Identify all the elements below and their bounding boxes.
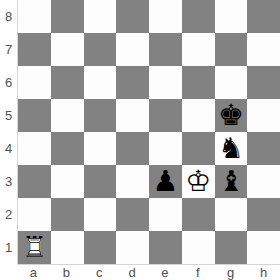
square-h3[interactable]: [247, 165, 280, 198]
square-a3[interactable]: [18, 165, 51, 198]
square-d6[interactable]: [116, 66, 149, 99]
square-f2[interactable]: [182, 198, 215, 231]
square-c5[interactable]: [84, 99, 117, 132]
square-h2[interactable]: [247, 198, 280, 231]
square-d5[interactable]: [116, 99, 149, 132]
black-knight[interactable]: ♞: [218, 134, 244, 163]
file-labels: abcdefgh: [17, 265, 280, 280]
square-g5[interactable]: ♚: [215, 99, 248, 132]
square-a6[interactable]: [18, 66, 51, 99]
chess-diagram: 87654321 ♚♞♟♚♔♝♜♖ abcdefgh: [0, 0, 280, 280]
chess-board: ♚♞♟♚♔♝♜♖: [17, 0, 280, 265]
square-g6[interactable]: [215, 66, 248, 99]
square-f8[interactable]: [182, 0, 215, 33]
square-h7[interactable]: [247, 33, 280, 66]
square-f6[interactable]: [182, 66, 215, 99]
black-pawn[interactable]: ♟: [152, 167, 178, 196]
square-d1[interactable]: [116, 231, 149, 264]
square-b7[interactable]: [51, 33, 84, 66]
square-b4[interactable]: [51, 132, 84, 165]
rank-label-6: 6: [0, 66, 17, 99]
file-label-e: e: [149, 265, 182, 280]
rank-label-3: 3: [0, 165, 17, 198]
file-label-c: c: [83, 265, 116, 280]
square-g3[interactable]: ♝: [215, 165, 248, 198]
rank-label-1: 1: [0, 231, 17, 264]
square-c6[interactable]: [84, 66, 117, 99]
square-d2[interactable]: [116, 198, 149, 231]
square-a7[interactable]: [18, 33, 51, 66]
square-e6[interactable]: [149, 66, 182, 99]
rank-label-5: 5: [0, 99, 17, 132]
square-b8[interactable]: [51, 0, 84, 33]
white-rook[interactable]: ♜♖: [21, 233, 47, 262]
square-d8[interactable]: [116, 0, 149, 33]
square-g2[interactable]: [215, 198, 248, 231]
square-b6[interactable]: [51, 66, 84, 99]
square-f5[interactable]: [182, 99, 215, 132]
white-rook-outline: ♖: [21, 233, 47, 262]
square-b5[interactable]: [51, 99, 84, 132]
square-e1[interactable]: [149, 231, 182, 264]
rank-label-4: 4: [0, 132, 17, 165]
square-e3[interactable]: ♟: [149, 165, 182, 198]
square-g1[interactable]: [215, 231, 248, 264]
file-label-f: f: [181, 265, 214, 280]
square-h8[interactable]: [247, 0, 280, 33]
file-label-d: d: [116, 265, 149, 280]
file-label-g: g: [214, 265, 247, 280]
square-c8[interactable]: [84, 0, 117, 33]
square-d7[interactable]: [116, 33, 149, 66]
square-h4[interactable]: [247, 132, 280, 165]
square-e2[interactable]: [149, 198, 182, 231]
white-king[interactable]: ♚♔: [185, 167, 211, 196]
square-b2[interactable]: [51, 198, 84, 231]
white-king-outline: ♔: [185, 167, 211, 196]
square-e4[interactable]: [149, 132, 182, 165]
rank-label-7: 7: [0, 33, 17, 66]
square-h1[interactable]: [247, 231, 280, 264]
square-h6[interactable]: [247, 66, 280, 99]
square-a2[interactable]: [18, 198, 51, 231]
square-g8[interactable]: [215, 0, 248, 33]
square-a8[interactable]: [18, 0, 51, 33]
black-king[interactable]: ♚: [218, 101, 244, 130]
rank-label-2: 2: [0, 198, 17, 231]
square-d4[interactable]: [116, 132, 149, 165]
square-c1[interactable]: [84, 231, 117, 264]
square-f4[interactable]: [182, 132, 215, 165]
square-h5[interactable]: [247, 99, 280, 132]
square-c2[interactable]: [84, 198, 117, 231]
rank-labels: 87654321: [0, 0, 17, 264]
square-a5[interactable]: [18, 99, 51, 132]
square-a4[interactable]: [18, 132, 51, 165]
square-c7[interactable]: [84, 33, 117, 66]
square-e8[interactable]: [149, 0, 182, 33]
rank-label-8: 8: [0, 0, 17, 33]
square-e7[interactable]: [149, 33, 182, 66]
file-label-h: h: [247, 265, 280, 280]
square-a1[interactable]: ♜♖: [18, 231, 51, 264]
square-f3[interactable]: ♚♔: [182, 165, 215, 198]
square-f7[interactable]: [182, 33, 215, 66]
square-c4[interactable]: [84, 132, 117, 165]
square-b1[interactable]: [51, 231, 84, 264]
square-c3[interactable]: [84, 165, 117, 198]
square-e5[interactable]: [149, 99, 182, 132]
black-bishop[interactable]: ♝: [218, 167, 244, 196]
square-g7[interactable]: [215, 33, 248, 66]
square-g4[interactable]: ♞: [215, 132, 248, 165]
square-f1[interactable]: [182, 231, 215, 264]
file-label-a: a: [17, 265, 50, 280]
square-d3[interactable]: [116, 165, 149, 198]
file-label-b: b: [50, 265, 83, 280]
square-b3[interactable]: [51, 165, 84, 198]
